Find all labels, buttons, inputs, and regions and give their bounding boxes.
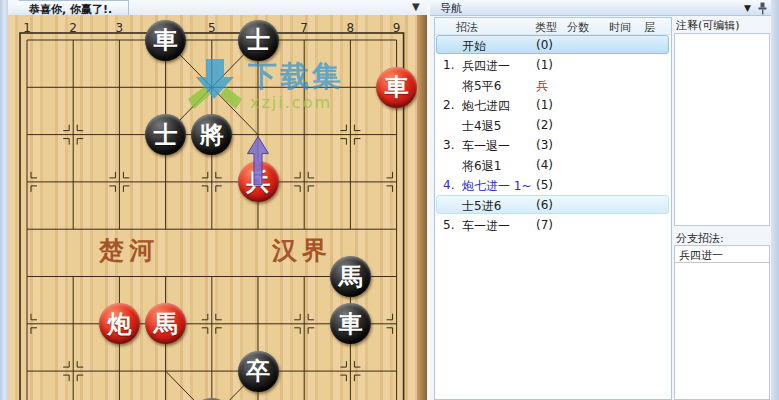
window-left-border bbox=[0, 0, 8, 400]
move-row-士4退5[interactable]: 士4退5(2) bbox=[435, 115, 671, 135]
move-row-车一退一[interactable]: 3.车一退一(3) bbox=[435, 135, 671, 155]
notes-label: 注释(可编辑) bbox=[674, 16, 771, 34]
move-text: 士4退5 bbox=[462, 118, 501, 135]
status-tab[interactable]: 恭喜你, 你赢了!. bbox=[10, 0, 129, 16]
move-type: (1) bbox=[536, 98, 553, 112]
move-list-header: 招法 类型 分数 时间 层 bbox=[435, 18, 671, 35]
xiangqi-board[interactable]: 123456789 楚河 汉界 下载集 xzji.com 車士車士將兵馬炮馬車卒 bbox=[8, 15, 427, 400]
panel-collapse-chevron-icon[interactable]: ▼ bbox=[412, 1, 420, 12]
move-text: 将5平6 bbox=[462, 78, 501, 95]
move-type: (3) bbox=[536, 138, 553, 152]
panel-menu-chevron-icon[interactable]: ▼ bbox=[744, 3, 751, 13]
move-number: 4. bbox=[443, 178, 454, 192]
move-row-将6退1[interactable]: 将6退1(4) bbox=[435, 155, 671, 175]
move-row-将5平6[interactable]: 将5平6兵 bbox=[435, 75, 671, 95]
move-row-开始[interactable]: 开始(0) bbox=[435, 35, 671, 55]
move-text: 炮七进四 bbox=[462, 98, 510, 115]
move-row-士5进6[interactable]: 士5进6(6) bbox=[435, 195, 671, 215]
board-panel-header: 恭喜你, 你赢了!. bbox=[8, 0, 427, 15]
move-list-body: 开始(0)1.兵四进一(1)将5平6兵2.炮七进四(1)士4退5(2)3.车一退… bbox=[435, 35, 671, 235]
move-text: 兵四进一 bbox=[462, 58, 510, 75]
move-row-兵四进一[interactable]: 1.兵四进一(1) bbox=[435, 55, 671, 75]
move-type: 兵 bbox=[536, 78, 548, 95]
move-type: (4) bbox=[536, 158, 553, 172]
pin-icon[interactable] bbox=[758, 2, 767, 15]
column-header-score[interactable]: 分数 bbox=[567, 20, 589, 35]
notes-editor[interactable] bbox=[674, 33, 770, 226]
move-text: 将6退1 bbox=[462, 158, 501, 175]
board-3d-edge bbox=[417, 15, 427, 400]
move-text: 车一退一 bbox=[462, 138, 510, 155]
move-text: 炮七进一 1~ bbox=[462, 178, 532, 195]
move-list: 招法 类型 分数 时间 层 开始(0)1.兵四进一(1)将5平6兵2.炮七进四(… bbox=[434, 17, 672, 400]
move-number: 3. bbox=[443, 138, 454, 152]
move-row-炮七进一 1~[interactable]: 4.炮七进一 1~(5) bbox=[435, 175, 671, 195]
move-text: 开始 bbox=[462, 38, 486, 55]
column-header-type[interactable]: 类型 bbox=[535, 20, 557, 35]
move-number: 5. bbox=[443, 218, 454, 232]
move-row-炮七进四[interactable]: 2.炮七进四(1) bbox=[435, 95, 671, 115]
navigation-title: 导航 bbox=[440, 2, 462, 15]
branch-move-item[interactable]: 兵四进一 bbox=[675, 246, 769, 263]
move-type: (0) bbox=[536, 38, 553, 52]
move-type: (1) bbox=[536, 58, 553, 72]
move-type: (5) bbox=[536, 178, 553, 192]
move-row-车一进一[interactable]: 5.车一进一(7) bbox=[435, 215, 671, 235]
move-text: 士5进6 bbox=[462, 198, 501, 215]
move-number: 2. bbox=[443, 98, 454, 112]
column-header-ply[interactable]: 层 bbox=[644, 20, 655, 35]
window-right-border bbox=[771, 0, 779, 400]
move-type: (6) bbox=[536, 198, 553, 212]
notes-column: 注释(可编辑) 分支招法: 兵四进一 bbox=[674, 16, 771, 400]
branch-move-list: 兵四进一 bbox=[674, 245, 770, 400]
move-type: (7) bbox=[536, 218, 553, 232]
navigation-titlebar[interactable]: 导航 ▼ bbox=[430, 0, 779, 16]
navigation-panel: 导航 ▼ 招法 类型 分数 时间 层 开始(0)1.兵四进一(1)将5平6兵2.… bbox=[430, 0, 779, 400]
move-arrow bbox=[8, 15, 427, 400]
move-type: (2) bbox=[536, 118, 553, 132]
move-number: 1. bbox=[443, 58, 454, 72]
move-text: 车一进一 bbox=[462, 218, 510, 235]
column-header-move[interactable]: 招法 bbox=[456, 20, 478, 35]
column-header-time[interactable]: 时间 bbox=[609, 20, 631, 35]
